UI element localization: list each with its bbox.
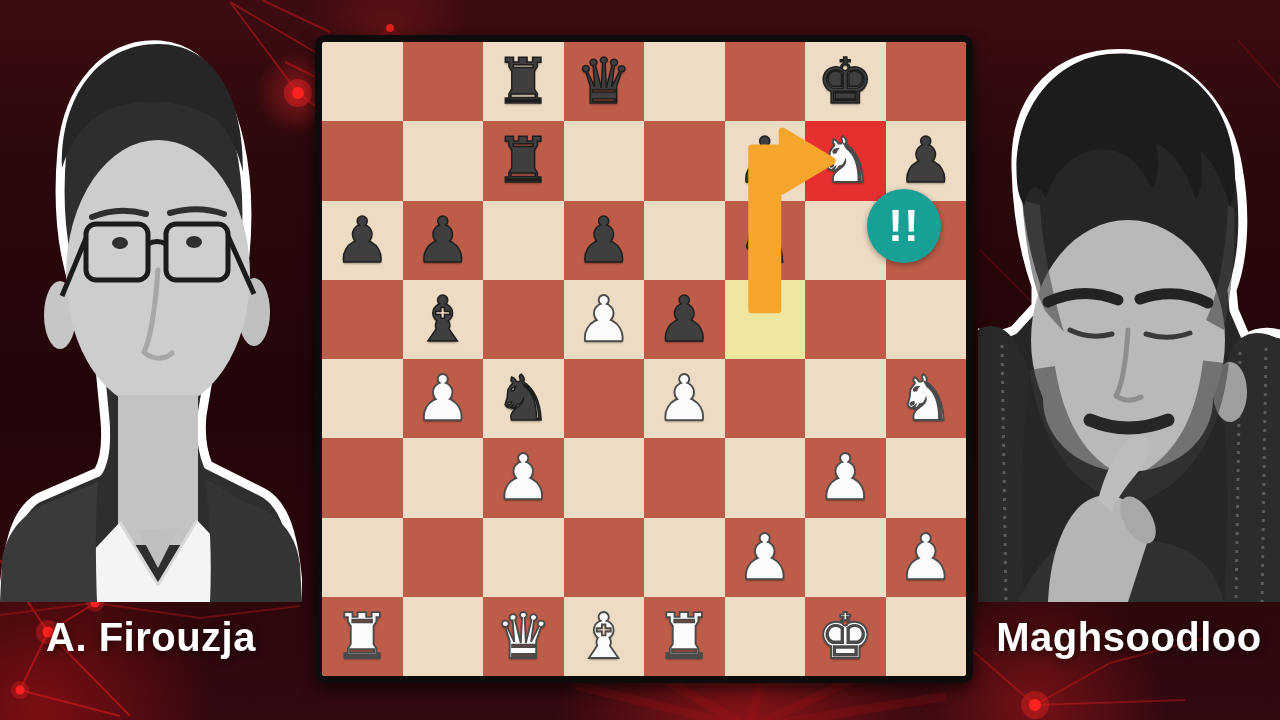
player-photo-firouzja	[0, 0, 302, 602]
square-g2	[805, 518, 886, 597]
brilliant-move-badge: !!	[867, 189, 941, 263]
square-d7	[564, 121, 645, 200]
chess-board: ♜♛♚♜♟♞♟♟♟♟♞♝♟♟♟♞♟♞♟♟♟♟♜♛♝♜♚	[322, 42, 966, 676]
square-e2	[644, 518, 725, 597]
square-d1: ♝	[564, 597, 645, 676]
square-c5	[483, 280, 564, 359]
square-d2	[564, 518, 645, 597]
square-e6	[644, 201, 725, 280]
square-e1: ♜	[644, 597, 725, 676]
square-h4: ♞	[886, 359, 967, 438]
square-h1	[886, 597, 967, 676]
white-king: ♚	[817, 605, 873, 668]
white-knight: ♞	[898, 367, 954, 430]
square-d3	[564, 438, 645, 517]
square-g3: ♟	[805, 438, 886, 517]
square-c8: ♜	[483, 42, 564, 121]
square-f3	[725, 438, 806, 517]
maghsoodloo-portrait-art	[978, 0, 1280, 602]
firouzja-portrait-art	[0, 0, 302, 602]
white-pawn: ♟	[576, 288, 632, 351]
chess-board-frame: ♜♛♚♜♟♞♟♟♟♟♞♝♟♟♟♞♟♞♟♟♟♟♜♛♝♜♚ !!	[315, 35, 973, 683]
square-e7	[644, 121, 725, 200]
white-rook: ♜	[334, 605, 390, 668]
player-name-left: A. Firouzja	[0, 606, 302, 668]
square-f1	[725, 597, 806, 676]
square-e4: ♟	[644, 359, 725, 438]
white-rook: ♜	[656, 605, 712, 668]
square-d6: ♟	[564, 201, 645, 280]
square-h8	[886, 42, 967, 121]
square-c4: ♞	[483, 359, 564, 438]
neck	[118, 395, 198, 545]
square-c1: ♛	[483, 597, 564, 676]
square-h3	[886, 438, 967, 517]
square-b2	[403, 518, 484, 597]
black-rook: ♜	[495, 129, 551, 192]
player-name-right: Maghsoodloo	[978, 606, 1280, 668]
square-g5	[805, 280, 886, 359]
square-c7: ♜	[483, 121, 564, 200]
square-d4	[564, 359, 645, 438]
brilliant-badge-label: !!	[888, 201, 919, 251]
square-g7: ♞	[805, 121, 886, 200]
square-a7	[322, 121, 403, 200]
square-b7	[403, 121, 484, 200]
square-c6	[483, 201, 564, 280]
square-b3	[403, 438, 484, 517]
square-b1	[403, 597, 484, 676]
square-e8	[644, 42, 725, 121]
square-a3	[322, 438, 403, 517]
black-knight: ♞	[495, 367, 551, 430]
white-pawn: ♟	[656, 367, 712, 430]
thumbnail-stage: A. Firouzja Maghsoodloo ♜♛♚♜♟♞♟♟♟♟♞♝♟♟♟♞…	[0, 0, 1280, 720]
square-b6: ♟	[403, 201, 484, 280]
white-bishop: ♝	[576, 605, 632, 668]
square-g4	[805, 359, 886, 438]
white-pawn: ♟	[817, 446, 873, 509]
square-f4	[725, 359, 806, 438]
square-a8	[322, 42, 403, 121]
white-pawn: ♟	[737, 526, 793, 589]
black-pawn: ♟	[576, 209, 632, 272]
square-c2	[483, 518, 564, 597]
black-pawn: ♟	[898, 129, 954, 192]
black-bishop: ♝	[415, 288, 471, 351]
black-knight: ♞	[737, 209, 793, 272]
square-d5: ♟	[564, 280, 645, 359]
white-pawn: ♟	[495, 446, 551, 509]
square-h2: ♟	[886, 518, 967, 597]
square-e3	[644, 438, 725, 517]
black-queen: ♛	[576, 50, 632, 113]
white-pawn: ♟	[415, 367, 471, 430]
square-e5: ♟	[644, 280, 725, 359]
player-photo-maghsoodloo	[978, 0, 1280, 602]
square-b5: ♝	[403, 280, 484, 359]
square-h5	[886, 280, 967, 359]
white-queen: ♛	[495, 605, 551, 668]
square-f6: ♞	[725, 201, 806, 280]
square-g8: ♚	[805, 42, 886, 121]
white-knight: ♞	[817, 129, 873, 192]
black-pawn: ♟	[415, 209, 471, 272]
square-d8: ♛	[564, 42, 645, 121]
square-f7: ♟	[725, 121, 806, 200]
black-rook: ♜	[495, 50, 551, 113]
square-c3: ♟	[483, 438, 564, 517]
square-a2	[322, 518, 403, 597]
black-pawn: ♟	[737, 129, 793, 192]
square-f5	[725, 280, 806, 359]
square-f2: ♟	[725, 518, 806, 597]
square-a4	[322, 359, 403, 438]
white-pawn: ♟	[898, 526, 954, 589]
square-b8	[403, 42, 484, 121]
square-a6: ♟	[322, 201, 403, 280]
square-f8	[725, 42, 806, 121]
square-a1: ♜	[322, 597, 403, 676]
black-pawn: ♟	[334, 209, 390, 272]
square-a5	[322, 280, 403, 359]
square-g1: ♚	[805, 597, 886, 676]
square-b4: ♟	[403, 359, 484, 438]
black-pawn: ♟	[656, 288, 712, 351]
black-king: ♚	[817, 50, 873, 113]
